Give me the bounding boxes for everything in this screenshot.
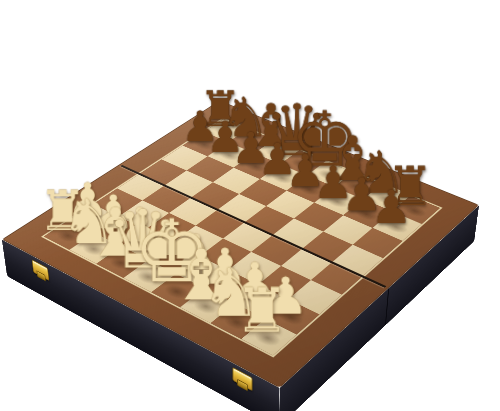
board-top-surface: ♜♞♝♛♚♝♞♜♟♟♟♟♟♟♟♟♟♟♟♟♟♟♟♟♜♞♝♛♚♝♞♜: [2, 101, 479, 388]
board-sheen: [3, 101, 478, 387]
chess-set-photo: ♜♞♝♛♚♝♞♜♟♟♟♟♟♟♟♟♟♟♟♟♟♟♟♟♜♞♝♛♚♝♞♜: [0, 0, 500, 411]
box-side-fold-seam: [385, 287, 389, 326]
brass-clasp-left: [32, 259, 50, 281]
folding-chess-box: ♜♞♝♛♚♝♞♜♟♟♟♟♟♟♟♟♟♟♟♟♟♟♟♟♜♞♝♛♚♝♞♜: [2, 101, 479, 388]
